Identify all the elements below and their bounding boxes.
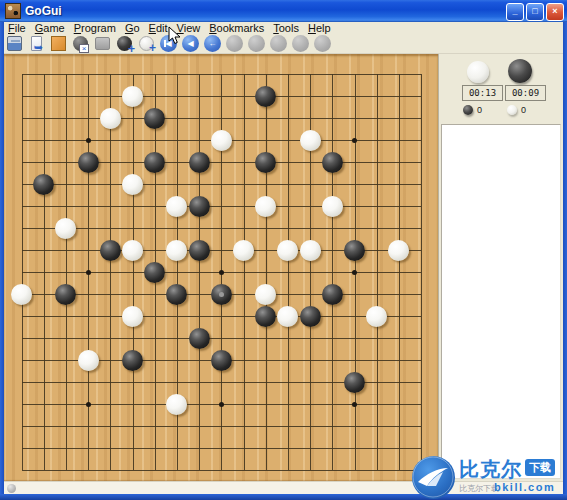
black-stone[interactable]: [100, 240, 121, 261]
gogui-window: GoGui _ □ × FileGameProgramGoEditViewBoo…: [0, 0, 567, 500]
window-title: GoGui: [25, 4, 62, 18]
close-button[interactable]: ×: [546, 3, 564, 21]
white-stone[interactable]: [166, 240, 187, 261]
watermark: 比克尔 下载 比克尔下载 bkill.com: [406, 455, 566, 500]
forward-icon: [226, 35, 243, 52]
grid-line-horizontal: [22, 470, 422, 471]
grid-line-vertical: [288, 74, 289, 470]
black-stone[interactable]: [300, 306, 321, 327]
menu-item-tools[interactable]: Tools: [273, 22, 299, 34]
white-stone[interactable]: [300, 240, 321, 261]
black-stone[interactable]: [322, 284, 343, 305]
black-stone[interactable]: [33, 174, 54, 195]
menu-item-go[interactable]: Go: [125, 22, 140, 34]
white-clock: 00:13: [462, 85, 503, 101]
status-indicator-icon: [7, 484, 16, 493]
window-border-right: [563, 22, 567, 500]
black-stone[interactable]: [144, 152, 165, 173]
white-stone[interactable]: [255, 284, 276, 305]
image-icon: [94, 35, 111, 52]
play-black-icon[interactable]: [116, 35, 133, 52]
mouse-cursor: [168, 26, 181, 45]
go-end-icon: [270, 35, 287, 52]
black-stone[interactable]: [255, 86, 276, 107]
black-clock: 00:09: [505, 85, 546, 101]
black-stone[interactable]: [255, 306, 276, 327]
watermark-domain[interactable]: bkill.com: [494, 481, 555, 493]
black-stone[interactable]: [166, 284, 187, 305]
back-fast-icon[interactable]: ◀: [182, 35, 199, 52]
next-variation-icon: [292, 35, 309, 52]
export-icon[interactable]: [28, 35, 45, 52]
watermark-logo-icon: [412, 456, 455, 499]
white-stone[interactable]: [255, 196, 276, 217]
back-icon[interactable]: ←: [204, 35, 221, 52]
menu-item-edit[interactable]: Edit: [149, 22, 168, 34]
white-stone[interactable]: [388, 240, 409, 261]
star-point: [86, 402, 91, 407]
menu-item-bookmarks[interactable]: Bookmarks: [209, 22, 264, 34]
black-stone[interactable]: [344, 372, 365, 393]
title-bar[interactable]: GoGui _ □ ×: [0, 0, 567, 22]
white-stone[interactable]: [166, 394, 187, 415]
white-stone[interactable]: [122, 174, 143, 195]
white-stone[interactable]: [122, 240, 143, 261]
info-panel: 00:13 00:09 0 0: [438, 54, 563, 481]
black-captures-stone: [463, 105, 473, 115]
watermark-badge: 下载: [525, 459, 555, 476]
black-stone[interactable]: [189, 152, 210, 173]
last-move-marker: [219, 292, 224, 297]
minimize-button[interactable]: _: [506, 3, 524, 21]
black-stone[interactable]: [189, 240, 210, 261]
white-stone[interactable]: [366, 306, 387, 327]
watermark-sub-text: 比克尔下载: [459, 483, 499, 494]
grid-line-vertical: [421, 74, 422, 470]
star-point: [86, 138, 91, 143]
menu-item-help[interactable]: Help: [308, 22, 331, 34]
menu-bar: FileGameProgramGoEditViewBookmarksToolsH…: [0, 22, 567, 34]
white-stone[interactable]: [300, 130, 321, 151]
black-stone[interactable]: [122, 350, 143, 371]
maximize-button[interactable]: □: [526, 3, 544, 21]
white-stone[interactable]: [211, 130, 232, 151]
white-captures-stone: [507, 105, 517, 115]
black-stone[interactable]: [55, 284, 76, 305]
grid-line-horizontal: [22, 426, 422, 427]
white-stone[interactable]: [78, 350, 99, 371]
grid-line-vertical: [244, 74, 245, 470]
white-stone[interactable]: [11, 284, 32, 305]
black-captures-count: 0: [477, 105, 482, 115]
forward-fast-icon: [248, 35, 265, 52]
menu-item-program[interactable]: Program: [74, 22, 116, 34]
star-point: [219, 402, 224, 407]
go-board[interactable]: [4, 54, 438, 481]
white-stone[interactable]: [322, 196, 343, 217]
black-stone[interactable]: [144, 108, 165, 129]
grid-line-horizontal: [22, 338, 422, 339]
menu-item-file[interactable]: File: [8, 22, 26, 34]
white-stone[interactable]: [166, 196, 187, 217]
white-player-stone: [467, 61, 489, 83]
star-point: [352, 402, 357, 407]
computer-x-icon[interactable]: [72, 35, 89, 52]
star-point: [219, 270, 224, 275]
white-captures-count: 0: [521, 105, 526, 115]
play-white-icon[interactable]: [138, 35, 155, 52]
black-player-stone: [508, 59, 532, 83]
black-stone[interactable]: [78, 152, 99, 173]
open-icon[interactable]: [6, 35, 23, 52]
board-icon[interactable]: [50, 35, 67, 52]
star-point: [352, 138, 357, 143]
white-stone[interactable]: [122, 306, 143, 327]
star-point: [352, 270, 357, 275]
black-stone[interactable]: [322, 152, 343, 173]
black-stone[interactable]: [211, 350, 232, 371]
black-stone[interactable]: [144, 262, 165, 283]
grid-line-vertical: [332, 74, 333, 470]
watermark-brand-text: 比克尔: [459, 456, 522, 483]
white-stone[interactable]: [122, 86, 143, 107]
app-icon: [5, 3, 21, 19]
black-stone[interactable]: [344, 240, 365, 261]
white-stone[interactable]: [277, 240, 298, 261]
comment-area[interactable]: [441, 124, 561, 479]
prev-variation-icon: [314, 35, 331, 52]
grid-line-horizontal: [22, 316, 422, 317]
star-point: [86, 270, 91, 275]
black-stone[interactable]: [189, 196, 210, 217]
grid-line-vertical: [377, 74, 378, 470]
toolbar: ◀◀←: [0, 34, 567, 54]
window-border-left: [0, 22, 4, 500]
black-stone[interactable]: [255, 152, 276, 173]
grid-line-horizontal: [22, 448, 422, 449]
white-stone[interactable]: [100, 108, 121, 129]
menu-item-game[interactable]: Game: [35, 22, 65, 34]
white-stone[interactable]: [277, 306, 298, 327]
black-stone[interactable]: [211, 284, 232, 305]
black-stone[interactable]: [189, 328, 210, 349]
white-stone[interactable]: [233, 240, 254, 261]
grid-line-vertical: [266, 74, 267, 470]
grid-line-vertical: [399, 74, 400, 470]
white-stone[interactable]: [55, 218, 76, 239]
